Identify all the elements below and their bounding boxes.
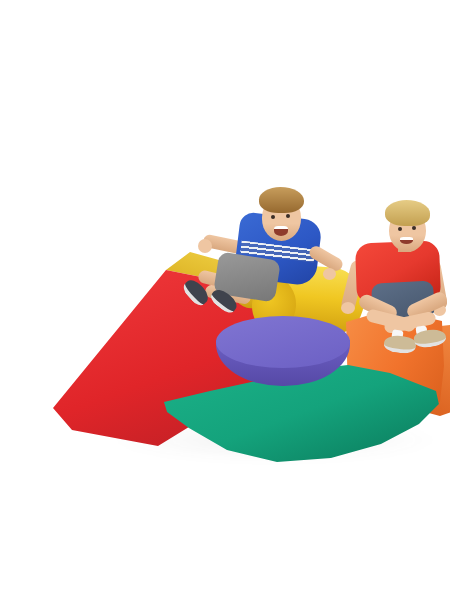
- boy-sliding-left-hand: [198, 239, 212, 253]
- right-eye: [412, 226, 416, 230]
- purple-half-round-top: [216, 316, 350, 368]
- boy-sliding-hair: [259, 187, 304, 213]
- boy-sitting-left-hand: [341, 302, 355, 314]
- left-eye: [271, 215, 275, 219]
- product-photo: [40, 16, 450, 600]
- open-smile-mouth: [274, 226, 288, 236]
- smile-mouth: [400, 237, 413, 244]
- right-eye: [286, 214, 290, 218]
- boy-sitting-hair: [385, 200, 430, 226]
- left-eye: [398, 227, 402, 231]
- boy-sliding-right-hand: [323, 268, 336, 280]
